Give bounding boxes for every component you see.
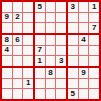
- sudoku-cell-r8c7[interactable]: [68, 79, 78, 89]
- sudoku-cell-r9c6[interactable]: [56, 89, 66, 99]
- sudoku-cell-r2c1[interactable]: 9: [2, 13, 12, 23]
- sudoku-cell-r7c1[interactable]: [2, 68, 12, 78]
- sudoku-cell-r3c3[interactable]: [23, 23, 33, 33]
- sudoku-box-3-3: 95: [68, 68, 99, 99]
- sudoku-cell-r4c8[interactable]: 4: [79, 35, 89, 45]
- sudoku-cell-r6c2[interactable]: [13, 56, 23, 66]
- sudoku-cell-r8c5[interactable]: [46, 79, 56, 89]
- sudoku-cell-r8c6[interactable]: [56, 79, 66, 89]
- sudoku-cell-r1c7[interactable]: 3: [68, 2, 78, 12]
- sudoku-cell-r1c1[interactable]: [2, 2, 12, 12]
- sudoku-cell-r4c6[interactable]: [56, 35, 66, 45]
- sudoku-cell-r1c8[interactable]: [79, 2, 89, 12]
- sudoku-cell-r9c5[interactable]: [46, 89, 56, 99]
- sudoku-cell-r4c5[interactable]: [46, 35, 56, 45]
- sudoku-cell-r9c1[interactable]: [2, 89, 12, 99]
- sudoku-cell-r4c1[interactable]: 8: [2, 35, 12, 45]
- sudoku-box-3-2: 8: [35, 68, 66, 99]
- sudoku-cell-r4c3[interactable]: [23, 35, 33, 45]
- sudoku-cell-r6c9[interactable]: [89, 56, 99, 66]
- sudoku-cell-r7c3[interactable]: [23, 68, 33, 78]
- sudoku-cell-r4c2[interactable]: 6: [13, 35, 23, 45]
- sudoku-cell-r8c1[interactable]: [2, 79, 12, 89]
- sudoku-cell-r1c2[interactable]: [13, 2, 23, 12]
- sudoku-cell-r4c7[interactable]: [68, 35, 78, 45]
- sudoku-cell-r5c6[interactable]: [56, 46, 66, 56]
- sudoku-cell-r3c4[interactable]: [35, 23, 45, 33]
- sudoku-cell-r9c9[interactable]: [89, 89, 99, 99]
- sudoku-cell-r3c9[interactable]: 7: [89, 23, 99, 33]
- sudoku-cell-r8c8[interactable]: [79, 79, 89, 89]
- sudoku-cell-r4c4[interactable]: [35, 35, 45, 45]
- sudoku-cell-r5c8[interactable]: [79, 46, 89, 56]
- sudoku-cell-r2c6[interactable]: [56, 13, 66, 23]
- sudoku-cell-r5c9[interactable]: [89, 46, 99, 56]
- sudoku-box-3-1: 1: [2, 68, 33, 99]
- sudoku-cell-r5c2[interactable]: [13, 46, 23, 56]
- sudoku-cell-r3c8[interactable]: [79, 23, 89, 33]
- sudoku-cell-r9c3[interactable]: [23, 89, 33, 99]
- sudoku-cell-r1c6[interactable]: [56, 2, 66, 12]
- sudoku-cell-r2c8[interactable]: [79, 13, 89, 23]
- sudoku-cell-r9c7[interactable]: 5: [68, 89, 78, 99]
- sudoku-cell-r5c3[interactable]: [23, 46, 33, 56]
- sudoku-cell-r2c4[interactable]: [35, 13, 45, 23]
- sudoku-cell-r2c5[interactable]: [46, 13, 56, 23]
- sudoku-box-1-3: 317: [68, 2, 99, 33]
- sudoku-cell-r6c4[interactable]: 1: [35, 56, 45, 66]
- sudoku-cell-r9c8[interactable]: [79, 89, 89, 99]
- sudoku-cell-r6c5[interactable]: [46, 56, 56, 66]
- sudoku-cell-r2c7[interactable]: [68, 13, 78, 23]
- sudoku-box-2-1: 864: [2, 35, 33, 66]
- sudoku-cell-r1c3[interactable]: [23, 2, 33, 12]
- sudoku-cell-r3c5[interactable]: [46, 23, 56, 33]
- sudoku-cell-r7c5[interactable]: 8: [46, 68, 56, 78]
- sudoku-box-2-3: 4: [68, 35, 99, 66]
- sudoku-cell-r7c9[interactable]: [89, 68, 99, 78]
- sudoku-cell-r2c9[interactable]: [89, 13, 99, 23]
- sudoku-cell-r7c6[interactable]: [56, 68, 66, 78]
- sudoku-cell-r1c9[interactable]: 1: [89, 2, 99, 12]
- sudoku-box-2-2: 713: [35, 35, 66, 66]
- sudoku-cell-r5c7[interactable]: [68, 46, 78, 56]
- sudoku-cell-r2c3[interactable]: [23, 13, 33, 23]
- sudoku-cell-r9c4[interactable]: [35, 89, 45, 99]
- sudoku-cell-r5c4[interactable]: 7: [35, 46, 45, 56]
- sudoku-cell-r5c1[interactable]: 4: [2, 46, 12, 56]
- sudoku-cell-r8c4[interactable]: [35, 79, 45, 89]
- sudoku-cell-r7c7[interactable]: [68, 68, 78, 78]
- sudoku-cell-r8c2[interactable]: [13, 79, 23, 89]
- sudoku-cell-r6c3[interactable]: [23, 56, 33, 66]
- sudoku-cell-r7c2[interactable]: [13, 68, 23, 78]
- sudoku-cell-r1c4[interactable]: 5: [35, 2, 45, 12]
- sudoku-cell-r9c2[interactable]: [13, 89, 23, 99]
- sudoku-cell-r6c1[interactable]: [2, 56, 12, 66]
- sudoku-board: 92531786471341895: [0, 0, 101, 101]
- sudoku-cell-r1c5[interactable]: [46, 2, 56, 12]
- sudoku-cell-r3c1[interactable]: [2, 23, 12, 33]
- sudoku-cell-r6c6[interactable]: 3: [56, 56, 66, 66]
- sudoku-cell-r5c5[interactable]: [46, 46, 56, 56]
- sudoku-cell-r7c8[interactable]: 9: [79, 68, 89, 78]
- sudoku-cell-r6c7[interactable]: [68, 56, 78, 66]
- sudoku-cell-r8c3[interactable]: 1: [23, 79, 33, 89]
- sudoku-cell-r3c7[interactable]: [68, 23, 78, 33]
- sudoku-cell-r2c2[interactable]: 2: [13, 13, 23, 23]
- sudoku-cell-r3c6[interactable]: [56, 23, 66, 33]
- sudoku-box-1-1: 92: [2, 2, 33, 33]
- sudoku-cell-r4c9[interactable]: [89, 35, 99, 45]
- sudoku-cell-r6c8[interactable]: [79, 56, 89, 66]
- sudoku-box-1-2: 5: [35, 2, 66, 33]
- sudoku-cell-r7c4[interactable]: [35, 68, 45, 78]
- sudoku-cell-r8c9[interactable]: [89, 79, 99, 89]
- sudoku-cell-r3c2[interactable]: [13, 23, 23, 33]
